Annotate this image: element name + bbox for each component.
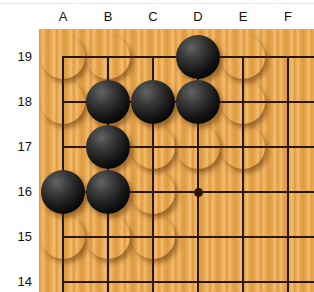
- stone-white-E19: [221, 35, 265, 79]
- stone-white-A15: [41, 215, 85, 259]
- star-point-D16: [194, 188, 203, 197]
- stone-white-A18: [41, 80, 85, 124]
- grid-line-vertical-F: [287, 56, 289, 292]
- stone-white-C17: [131, 125, 175, 169]
- stone-black-B18: [86, 80, 130, 124]
- stone-black-A16: [41, 170, 85, 214]
- column-label-E: E: [221, 8, 265, 26]
- row-label-17: 17: [0, 138, 32, 156]
- row-label-15: 15: [0, 228, 32, 246]
- column-label-F: F: [266, 8, 310, 26]
- stone-white-C15: [131, 215, 175, 259]
- stone-white-B19: [86, 35, 130, 79]
- stone-white-E17: [221, 125, 265, 169]
- row-label-19: 19: [0, 48, 32, 66]
- stone-black-B16: [86, 170, 130, 214]
- stone-black-D18: [176, 80, 220, 124]
- column-label-C: C: [131, 8, 175, 26]
- stone-white-D17: [176, 125, 220, 169]
- grid-line-horizontal-14: [62, 281, 314, 283]
- stone-white-E18: [221, 80, 265, 124]
- stone-white-A19: [41, 35, 85, 79]
- stone-black-D19: [176, 35, 220, 79]
- stone-white-B15: [86, 215, 130, 259]
- go-board-surface[interactable]: [39, 29, 314, 292]
- row-label-14: 14: [0, 273, 32, 291]
- column-label-B: B: [86, 8, 130, 26]
- stone-black-B17: [86, 125, 130, 169]
- top-hairline: [0, 3, 314, 4]
- row-label-16: 16: [0, 183, 32, 201]
- stone-black-C18: [131, 80, 175, 124]
- column-label-D: D: [176, 8, 220, 26]
- go-board-diagram: ABCDEF 191817161514: [0, 0, 314, 292]
- column-label-A: A: [41, 8, 85, 26]
- stone-white-C16: [131, 170, 175, 214]
- row-label-18: 18: [0, 93, 32, 111]
